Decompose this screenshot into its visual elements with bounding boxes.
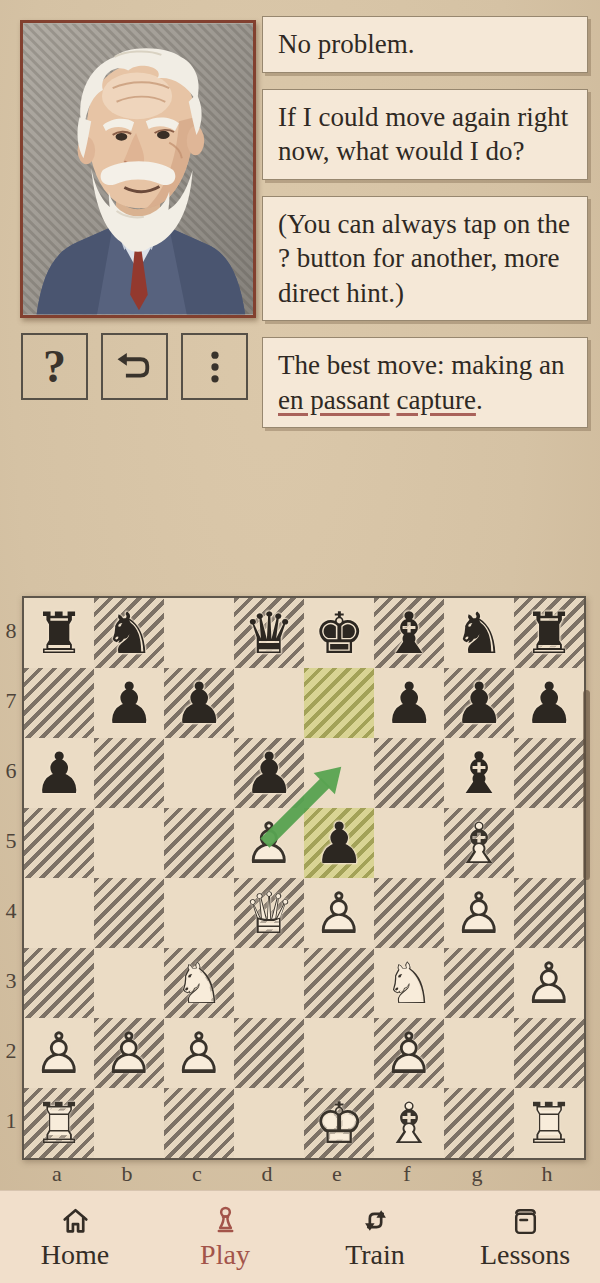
white-rook-outline: ♖	[24, 1088, 94, 1158]
square-d1[interactable]	[234, 1088, 304, 1158]
square-d2[interactable]	[234, 1018, 304, 1088]
white-bishop-outline: ♗	[374, 1088, 444, 1158]
nav-label-train: Train	[345, 1240, 405, 1271]
white-king-outline: ♔	[304, 1088, 374, 1158]
square-h2[interactable]	[514, 1018, 584, 1088]
square-a3[interactable]	[24, 948, 94, 1018]
square-f6[interactable]	[374, 738, 444, 808]
coach-portrait	[20, 20, 256, 318]
chess-board-area: 87654321 ♜♞♛♚♝♞♜♟♟♟♟♟♟♟♝♟♙♟♝♗♛♕♟♙♟♙♞♘♞♘♟…	[0, 593, 600, 1193]
file-label-h: h	[536, 1161, 558, 1187]
coach-message: (You can always tap on the ? button for …	[262, 196, 588, 322]
coach-toolbar: ?	[21, 333, 248, 400]
black-pawn: ♟	[234, 738, 304, 808]
square-f7[interactable]: ♟	[374, 668, 444, 738]
square-f1[interactable]: ♝♗	[374, 1088, 444, 1158]
file-label-a: a	[46, 1161, 68, 1187]
rank-label-5: 5	[0, 828, 22, 854]
nav-item-play[interactable]: Play	[150, 1204, 300, 1271]
rank-label-1: 1	[0, 1108, 22, 1134]
square-h3[interactable]: ♟♙	[514, 948, 584, 1018]
square-d8[interactable]: ♛	[234, 598, 304, 668]
square-e8[interactable]: ♚	[304, 598, 374, 668]
rank-label-4: 4	[0, 898, 22, 924]
white-bishop-outline: ♗	[444, 808, 514, 878]
square-e4[interactable]: ♟♙	[304, 878, 374, 948]
coach-message-list: No problem.If I could move again right n…	[262, 16, 588, 428]
square-g2[interactable]	[444, 1018, 514, 1088]
rank-label-2: 2	[0, 1038, 22, 1064]
square-a2[interactable]: ♟♙	[24, 1018, 94, 1088]
black-pawn: ♟	[94, 668, 164, 738]
square-e5[interactable]: ♟	[304, 808, 374, 878]
undo-icon	[115, 347, 155, 387]
coach-message: If I could move again right now, what wo…	[262, 89, 588, 180]
square-c5[interactable]	[164, 808, 234, 878]
square-g6[interactable]: ♝	[444, 738, 514, 808]
black-pawn: ♟	[374, 668, 444, 738]
square-f8[interactable]: ♝	[374, 598, 444, 668]
book-icon	[509, 1204, 542, 1237]
square-b4[interactable]	[94, 878, 164, 948]
white-pawn-outline: ♙	[94, 1018, 164, 1088]
square-b8[interactable]: ♞	[94, 598, 164, 668]
nav-label-home: Home	[41, 1240, 109, 1271]
app-screen: No problem.If I could move again right n…	[0, 0, 600, 1283]
nav-item-lessons[interactable]: Lessons	[450, 1204, 600, 1271]
inline-link[interactable]: en passant	[278, 385, 390, 415]
white-pawn-outline: ♙	[234, 808, 304, 878]
black-king: ♚	[304, 598, 374, 668]
inline-link[interactable]: capture	[396, 385, 475, 415]
black-bishop: ♝	[374, 598, 444, 668]
rank-label-6: 6	[0, 758, 22, 784]
square-c1[interactable]	[164, 1088, 234, 1158]
square-e3[interactable]	[304, 948, 374, 1018]
square-a1[interactable]: ♜♖	[24, 1088, 94, 1158]
square-b6[interactable]	[94, 738, 164, 808]
file-label-b: b	[116, 1161, 138, 1187]
black-knight: ♞	[94, 598, 164, 668]
square-c4[interactable]	[164, 878, 234, 948]
square-h8[interactable]: ♜	[514, 598, 584, 668]
square-d6[interactable]: ♟	[234, 738, 304, 808]
square-b3[interactable]	[94, 948, 164, 1018]
square-a7[interactable]	[24, 668, 94, 738]
black-bishop: ♝	[444, 738, 514, 808]
undo-button[interactable]	[101, 333, 168, 400]
square-e7[interactable]	[304, 668, 374, 738]
nav-item-home[interactable]: Home	[0, 1204, 150, 1271]
square-h7[interactable]: ♟	[514, 668, 584, 738]
black-rook: ♜	[514, 598, 584, 668]
square-a6[interactable]: ♟	[24, 738, 94, 808]
square-b7[interactable]: ♟	[94, 668, 164, 738]
white-pawn-outline: ♙	[24, 1018, 94, 1088]
white-rook-outline: ♖	[514, 1088, 584, 1158]
square-a5[interactable]	[24, 808, 94, 878]
question-mark-icon: ?	[43, 344, 66, 390]
rank-label-7: 7	[0, 688, 22, 714]
black-pawn: ♟	[164, 668, 234, 738]
square-f4[interactable]	[374, 878, 444, 948]
white-knight-outline: ♘	[164, 948, 234, 1018]
square-e6[interactable]	[304, 738, 374, 808]
hint-button[interactable]: ?	[21, 333, 88, 400]
square-d3[interactable]	[234, 948, 304, 1018]
square-f5[interactable]	[374, 808, 444, 878]
square-a8[interactable]: ♜	[24, 598, 94, 668]
coach-message: The best move: making an en passant capt…	[262, 337, 588, 428]
black-pawn: ♟	[514, 668, 584, 738]
file-label-c: c	[186, 1161, 208, 1187]
square-g4[interactable]: ♟♙	[444, 878, 514, 948]
coach-portrait-illustration	[23, 23, 253, 315]
menu-button[interactable]	[181, 333, 248, 400]
home-icon	[59, 1204, 92, 1237]
white-pawn-outline: ♙	[444, 878, 514, 948]
rank-label-3: 3	[0, 968, 22, 994]
nav-item-train[interactable]: Train	[300, 1204, 450, 1271]
coach-message: No problem.	[262, 16, 588, 73]
white-pawn-outline: ♙	[304, 878, 374, 948]
square-h6[interactable]	[514, 738, 584, 808]
file-label-f: f	[396, 1161, 418, 1187]
bottom-nav: Home Play Train	[0, 1190, 600, 1283]
file-label-e: e	[326, 1161, 348, 1187]
square-d5[interactable]: ♟♙	[234, 808, 304, 878]
square-d7[interactable]	[234, 668, 304, 738]
black-rook: ♜	[24, 598, 94, 668]
square-f3[interactable]: ♞♘	[374, 948, 444, 1018]
square-h5[interactable]	[514, 808, 584, 878]
black-knight: ♞	[444, 598, 514, 668]
file-label-g: g	[466, 1161, 488, 1187]
square-g7[interactable]: ♟	[444, 668, 514, 738]
nav-label-play: Play	[200, 1240, 250, 1271]
square-c6[interactable]	[164, 738, 234, 808]
square-g1[interactable]	[444, 1088, 514, 1158]
file-label-d: d	[256, 1161, 278, 1187]
square-c8[interactable]	[164, 598, 234, 668]
white-pawn-outline: ♙	[514, 948, 584, 1018]
square-g3[interactable]	[444, 948, 514, 1018]
black-pawn: ♟	[304, 808, 374, 878]
white-queen-outline: ♕	[234, 878, 304, 948]
white-pawn-outline: ♙	[164, 1018, 234, 1088]
chess-board[interactable]: ♜♞♛♚♝♞♜♟♟♟♟♟♟♟♝♟♙♟♝♗♛♕♟♙♟♙♞♘♞♘♟♙♟♙♟♙♟♙♟♙…	[22, 596, 586, 1160]
square-e2[interactable]	[304, 1018, 374, 1088]
scrollbar-thumb[interactable]	[583, 690, 590, 880]
square-g8[interactable]: ♞	[444, 598, 514, 668]
cycle-icon	[359, 1204, 392, 1237]
kebab-menu-icon	[195, 347, 235, 387]
black-queen: ♛	[234, 598, 304, 668]
square-h4[interactable]	[514, 878, 584, 948]
white-knight-outline: ♘	[374, 948, 444, 1018]
square-h1[interactable]: ♜♖	[514, 1088, 584, 1158]
black-pawn: ♟	[24, 738, 94, 808]
square-b5[interactable]	[94, 808, 164, 878]
square-c7[interactable]: ♟	[164, 668, 234, 738]
square-c2[interactable]: ♟♙	[164, 1018, 234, 1088]
square-a4[interactable]	[24, 878, 94, 948]
square-c3[interactable]: ♞♘	[164, 948, 234, 1018]
square-b1[interactable]	[94, 1088, 164, 1158]
black-pawn: ♟	[444, 668, 514, 738]
nav-label-lessons: Lessons	[480, 1240, 570, 1271]
square-g5[interactable]: ♝♗	[444, 808, 514, 878]
white-pawn-outline: ♙	[374, 1018, 444, 1088]
rank-label-8: 8	[0, 618, 22, 644]
square-e1[interactable]: ♚♔	[304, 1088, 374, 1158]
square-f2[interactable]: ♟♙	[374, 1018, 444, 1088]
square-d4[interactable]: ♛♕	[234, 878, 304, 948]
square-b2[interactable]: ♟♙	[94, 1018, 164, 1088]
pawn-icon	[209, 1204, 242, 1237]
